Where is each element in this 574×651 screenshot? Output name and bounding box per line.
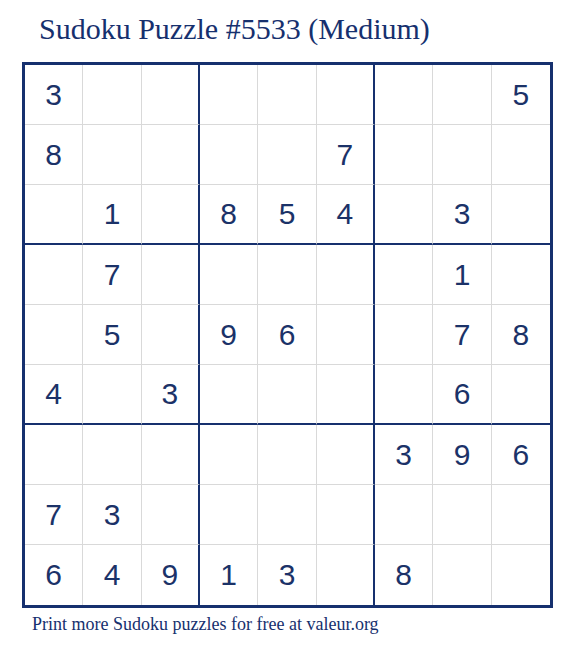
cell-r7c5 xyxy=(258,425,316,485)
cell-r4c8: 1 xyxy=(433,245,491,305)
cell-r7c6 xyxy=(317,425,375,485)
cell-r1c4 xyxy=(200,65,258,125)
cell-r9c1: 6 xyxy=(25,545,83,605)
cell-r3c5: 5 xyxy=(258,185,316,245)
cell-r3c7 xyxy=(375,185,433,245)
cell-r4c9 xyxy=(492,245,550,305)
cell-r3c4: 8 xyxy=(200,185,258,245)
cell-r2c2 xyxy=(83,125,141,185)
cell-r1c2 xyxy=(83,65,141,125)
cell-r7c1 xyxy=(25,425,83,485)
cell-r6c8: 6 xyxy=(433,365,491,425)
cell-r3c1 xyxy=(25,185,83,245)
cell-r4c2: 7 xyxy=(83,245,141,305)
cell-r5c2: 5 xyxy=(83,305,141,365)
cell-r6c7 xyxy=(375,365,433,425)
cell-r2c9 xyxy=(492,125,550,185)
cell-r9c3: 9 xyxy=(142,545,200,605)
cell-r4c3 xyxy=(142,245,200,305)
cell-r8c7 xyxy=(375,485,433,545)
cell-r4c4 xyxy=(200,245,258,305)
cell-r6c1: 4 xyxy=(25,365,83,425)
cell-r5c8: 7 xyxy=(433,305,491,365)
cell-r1c6 xyxy=(317,65,375,125)
cell-r9c6 xyxy=(317,545,375,605)
cell-r1c7 xyxy=(375,65,433,125)
cell-r9c4: 1 xyxy=(200,545,258,605)
cell-r7c9: 6 xyxy=(492,425,550,485)
cell-r1c5 xyxy=(258,65,316,125)
cell-r2c8 xyxy=(433,125,491,185)
cell-r8c3 xyxy=(142,485,200,545)
cell-r9c2: 4 xyxy=(83,545,141,605)
cell-r2c1: 8 xyxy=(25,125,83,185)
cell-r8c2: 3 xyxy=(83,485,141,545)
cell-r6c9 xyxy=(492,365,550,425)
cell-r7c3 xyxy=(142,425,200,485)
cell-r8c5 xyxy=(258,485,316,545)
cell-r2c4 xyxy=(200,125,258,185)
page-title: Sudoku Puzzle #5533 (Medium) xyxy=(39,12,430,46)
footer-text: Print more Sudoku puzzles for free at va… xyxy=(32,614,379,635)
sudoku-board: 358718543715967843639673649138 xyxy=(22,62,553,608)
cell-r4c1 xyxy=(25,245,83,305)
cell-r9c5: 3 xyxy=(258,545,316,605)
cell-r6c4 xyxy=(200,365,258,425)
cell-r8c8 xyxy=(433,485,491,545)
cell-r6c3: 3 xyxy=(142,365,200,425)
cell-r8c4 xyxy=(200,485,258,545)
cell-r2c6: 7 xyxy=(317,125,375,185)
cell-r1c8 xyxy=(433,65,491,125)
cell-r8c1: 7 xyxy=(25,485,83,545)
cell-r6c5 xyxy=(258,365,316,425)
cell-r3c3 xyxy=(142,185,200,245)
cell-r9c9 xyxy=(492,545,550,605)
cell-r5c5: 6 xyxy=(258,305,316,365)
cell-r7c4 xyxy=(200,425,258,485)
cell-r3c8: 3 xyxy=(433,185,491,245)
cell-r5c3 xyxy=(142,305,200,365)
cell-r6c6 xyxy=(317,365,375,425)
cell-r2c5 xyxy=(258,125,316,185)
page: Sudoku Puzzle #5533 (Medium) 35871854371… xyxy=(0,0,574,651)
cell-r3c2: 1 xyxy=(83,185,141,245)
cell-r8c9 xyxy=(492,485,550,545)
cell-r3c9 xyxy=(492,185,550,245)
cell-r7c2 xyxy=(83,425,141,485)
cell-r5c9: 8 xyxy=(492,305,550,365)
cell-r4c7 xyxy=(375,245,433,305)
cell-r9c7: 8 xyxy=(375,545,433,605)
cell-r3c6: 4 xyxy=(317,185,375,245)
cell-r7c7: 3 xyxy=(375,425,433,485)
cell-r7c8: 9 xyxy=(433,425,491,485)
cell-r4c5 xyxy=(258,245,316,305)
cell-r1c3 xyxy=(142,65,200,125)
cell-r4c6 xyxy=(317,245,375,305)
cell-r2c3 xyxy=(142,125,200,185)
cell-r2c7 xyxy=(375,125,433,185)
cell-r5c7 xyxy=(375,305,433,365)
cell-r6c2 xyxy=(83,365,141,425)
cell-r5c4: 9 xyxy=(200,305,258,365)
cell-r5c6 xyxy=(317,305,375,365)
cell-r5c1 xyxy=(25,305,83,365)
cell-r9c8 xyxy=(433,545,491,605)
cell-r1c9: 5 xyxy=(492,65,550,125)
cell-r1c1: 3 xyxy=(25,65,83,125)
cell-r8c6 xyxy=(317,485,375,545)
